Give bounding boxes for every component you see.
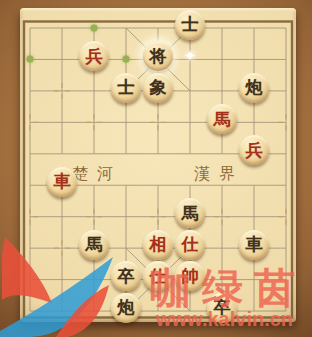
piece-glyph: 士 bbox=[118, 79, 135, 96]
piece-red-elephant[interactable]: 相 bbox=[143, 230, 173, 260]
piece-glyph: 馬 bbox=[182, 205, 199, 222]
piece-red-chariot[interactable]: 車 bbox=[47, 167, 77, 197]
piece-glyph: 相 bbox=[150, 236, 167, 253]
piece-red-soldier[interactable]: 兵 bbox=[239, 135, 269, 165]
piece-black-soldier[interactable]: 卒 bbox=[207, 293, 237, 323]
piece-black-horse[interactable]: 馬 bbox=[175, 198, 205, 228]
piece-glyph: 士 bbox=[182, 16, 199, 33]
piece-glyph: 車 bbox=[54, 173, 71, 190]
piece-glyph: 車 bbox=[246, 236, 263, 253]
piece-glyph: 卒 bbox=[118, 268, 135, 285]
piece-black-horse[interactable]: 馬 bbox=[79, 230, 109, 260]
piece-red-general[interactable]: 帥 bbox=[175, 261, 205, 291]
piece-glyph: 兵 bbox=[246, 142, 263, 159]
piece-glyph: 馬 bbox=[86, 236, 103, 253]
piece-glyph: 炮 bbox=[246, 79, 263, 96]
piece-black-advisor[interactable]: 士 bbox=[175, 10, 205, 40]
piece-black-cannon[interactable]: 炮 bbox=[111, 293, 141, 323]
piece-glyph: 帥 bbox=[182, 268, 199, 285]
piece-black-soldier[interactable]: 卒 bbox=[111, 261, 141, 291]
piece-glyph: 兵 bbox=[86, 48, 103, 65]
app-canvas: 楚河 漢界 士兵将士象炮馬兵車馬馬相仕車卒仕帥炮卒 ✦ 咖绿茵 www.kalv… bbox=[0, 0, 312, 337]
piece-glyph: 象 bbox=[150, 79, 167, 96]
piece-glyph: 仕 bbox=[182, 236, 199, 253]
piece-black-elephant[interactable]: 象 bbox=[143, 73, 173, 103]
piece-red-soldier[interactable]: 兵 bbox=[79, 41, 109, 71]
piece-glyph: 将 bbox=[150, 48, 167, 65]
piece-black-chariot[interactable]: 車 bbox=[239, 230, 269, 260]
piece-red-horse[interactable]: 馬 bbox=[207, 104, 237, 134]
piece-glyph: 馬 bbox=[214, 111, 231, 128]
piece-black-advisor[interactable]: 士 bbox=[111, 73, 141, 103]
piece-red-advisor[interactable]: 仕 bbox=[143, 261, 173, 291]
piece-glyph: 炮 bbox=[118, 299, 135, 316]
piece-glyph: 仕 bbox=[150, 268, 167, 285]
piece-layer: 士兵将士象炮馬兵車馬馬相仕車卒仕帥炮卒 bbox=[14, 9, 302, 324]
piece-black-general[interactable]: 将 bbox=[143, 41, 173, 71]
piece-glyph: 卒 bbox=[214, 299, 231, 316]
piece-black-cannon[interactable]: 炮 bbox=[239, 73, 269, 103]
piece-red-advisor[interactable]: 仕 bbox=[175, 230, 205, 260]
